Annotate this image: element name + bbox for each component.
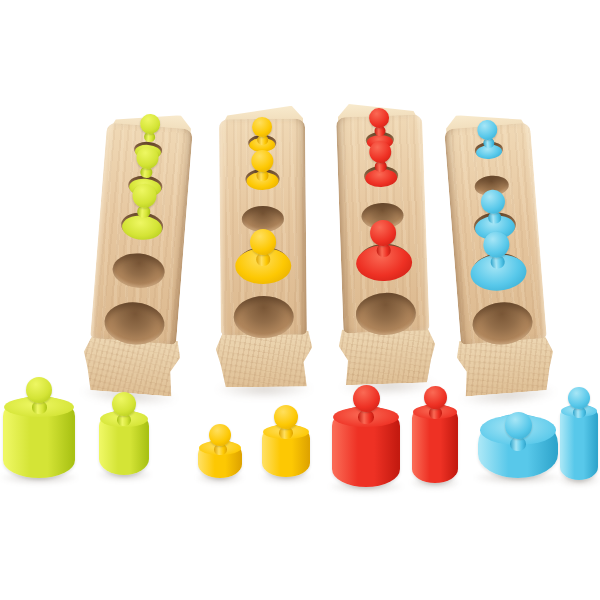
- inserted-cylinder-knob-ball: [136, 146, 160, 170]
- loose-cylinder-yellow-medium: [262, 424, 310, 477]
- block-foot: [338, 326, 436, 385]
- cylinder-block-lime: [86, 123, 193, 401]
- block-face: [90, 123, 193, 345]
- cylinder-top: [4, 397, 73, 417]
- block-hole-size-4: [111, 252, 166, 290]
- cylinder-top: [100, 411, 148, 427]
- cylinder-block-red: [336, 114, 431, 389]
- loose-cylinder-red-medium-tall: [412, 404, 458, 483]
- block-face: [336, 114, 429, 333]
- block-foot: [216, 331, 313, 388]
- inserted-cylinder-knob-ball: [139, 113, 161, 135]
- cylinder-top: [480, 415, 557, 445]
- cylinder-block-blue: [444, 123, 551, 401]
- block-hole-size-5: [234, 296, 294, 339]
- cylinder-top: [561, 405, 597, 417]
- inserted-cylinder-knob-ball: [369, 108, 390, 129]
- product-photo-montessori-cylinder-blocks: [0, 0, 600, 600]
- block-hole-size-5: [471, 300, 534, 347]
- loose-cylinder-yellow-small: [198, 440, 242, 478]
- cylinder-top: [263, 425, 309, 439]
- inserted-cylinder-knob-ball: [370, 219, 397, 246]
- loose-cylinder-lime-medium: [99, 410, 149, 475]
- loose-cylinder-blue-large-flat: [478, 414, 558, 478]
- loose-cylinder-lime-large: [3, 396, 75, 478]
- block-hole-size-5: [355, 292, 416, 336]
- loose-cylinder-red-large: [332, 406, 400, 487]
- cylinder-block-yellow: [219, 119, 307, 392]
- inserted-cylinder-knob-ball: [250, 229, 276, 255]
- cylinder-top: [413, 405, 457, 419]
- inserted-cylinder-knob-ball: [252, 117, 272, 137]
- inserted-cylinder-knob-ball: [477, 119, 499, 141]
- loose-cylinder-blue-small-tall: [560, 404, 598, 480]
- inserted-cylinder-knob-ball: [251, 150, 273, 172]
- cylinder-top: [199, 441, 241, 455]
- cylinder-top: [333, 407, 398, 427]
- inserted-cylinder-knob-ball: [369, 141, 392, 164]
- block-face: [444, 123, 547, 345]
- block-face: [219, 119, 307, 336]
- block-hole-size-5: [103, 300, 166, 347]
